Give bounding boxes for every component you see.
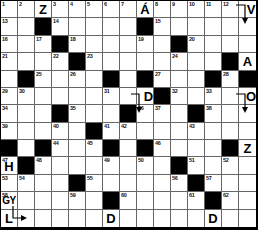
cell-r10c15[interactable]: [239, 157, 256, 174]
cell-r3c7[interactable]: [103, 36, 120, 53]
cell-r8c4[interactable]: 40: [52, 123, 69, 140]
given-letter-Á: Á: [137, 1, 153, 17]
clue-number: 62: [223, 192, 228, 198]
clue-number: 2: [19, 1, 22, 7]
clue-number: 55: [87, 175, 92, 181]
clue-number: 3: [53, 1, 56, 7]
clue-number: 32: [172, 88, 177, 94]
cell-r1c2[interactable]: 2: [18, 1, 35, 18]
cell-r6c14[interactable]: [222, 88, 239, 105]
cell-r13c6[interactable]: [86, 210, 103, 227]
cell-r10c8[interactable]: [120, 157, 137, 174]
cell-r8c12[interactable]: 43: [188, 123, 205, 140]
cell-r8c15[interactable]: [239, 123, 256, 140]
cell-r7c13[interactable]: 38: [205, 105, 222, 122]
cell-r7c4-black: [52, 105, 69, 122]
cell-r13c1[interactable]: L: [1, 210, 18, 227]
cell-r2c15[interactable]: [239, 18, 256, 35]
cell-r13c4[interactable]: [52, 210, 69, 227]
cell-r9c3-black: [35, 140, 52, 157]
cell-r6c1[interactable]: 29: [1, 88, 18, 105]
cell-r3c13[interactable]: [205, 36, 222, 53]
cell-r10c5[interactable]: [69, 157, 86, 174]
cell-r10c12[interactable]: 51: [188, 157, 205, 174]
given-letter-Z: Z: [239, 140, 256, 156]
cell-r8c3[interactable]: [35, 123, 52, 140]
cell-r9c6[interactable]: 45: [86, 140, 103, 157]
cell-r5c4[interactable]: [52, 71, 69, 88]
clue-number: 34: [2, 105, 7, 111]
clue-number: 49: [104, 157, 109, 163]
cell-r8c13[interactable]: [205, 123, 222, 140]
cell-r1c9[interactable]: Á: [137, 1, 154, 18]
cell-r11c7[interactable]: [103, 175, 120, 192]
given-letter-H: H: [1, 157, 17, 173]
cell-r12c12[interactable]: 61: [188, 192, 205, 209]
clue-number: 57: [206, 175, 211, 181]
cell-r13c15[interactable]: [239, 210, 256, 227]
clue-number: 51: [189, 157, 194, 163]
cell-r2c1[interactable]: 13: [1, 18, 18, 35]
cell-r13c13[interactable]: D: [205, 210, 222, 227]
cell-r2c5[interactable]: [69, 18, 86, 35]
cell-r2c14[interactable]: [222, 18, 239, 35]
cell-r10c4[interactable]: [52, 157, 69, 174]
cell-r4c7[interactable]: [103, 53, 120, 70]
cell-r13c3[interactable]: [35, 210, 52, 227]
clue-number: 13: [2, 18, 7, 24]
clue-number: 9: [172, 1, 175, 7]
cell-r12c15[interactable]: [239, 192, 256, 209]
clue-number: 10: [189, 1, 194, 7]
cell-r6c7[interactable]: 31: [103, 88, 120, 105]
cell-r2c11[interactable]: [171, 18, 188, 35]
cell-r3c12[interactable]: 20: [188, 36, 205, 53]
clue-number: 1: [2, 1, 5, 7]
cell-r5c6[interactable]: [86, 71, 103, 88]
cell-r6c4[interactable]: [52, 88, 69, 105]
clue-number: 35: [70, 105, 75, 111]
clue-number: 28: [223, 71, 228, 77]
cell-r13c12[interactable]: [188, 210, 205, 227]
cell-r5c12[interactable]: [188, 71, 205, 88]
cell-r9c9-black: [137, 140, 154, 157]
cell-r4c2[interactable]: [18, 53, 35, 70]
cell-r5c3[interactable]: 25: [35, 71, 52, 88]
cell-r9c15[interactable]: Z: [239, 140, 256, 157]
cell-r11c8[interactable]: [120, 175, 137, 192]
cell-r6c3[interactable]: [35, 88, 52, 105]
cell-r7c12-black: [188, 105, 205, 122]
cell-r12c3[interactable]: [35, 192, 52, 209]
clue-number: 36: [138, 105, 143, 111]
cell-r9c8[interactable]: [120, 140, 137, 157]
cell-r4c11[interactable]: 24: [171, 53, 188, 70]
cell-r1c7[interactable]: 6: [103, 1, 120, 18]
clue-number: 27: [155, 71, 160, 77]
cell-r1c5[interactable]: 4: [69, 1, 86, 18]
clue-number: 37: [155, 105, 160, 111]
clue-number: 7: [121, 1, 124, 7]
cell-r3c1[interactable]: 16: [1, 36, 18, 53]
cell-r3c9[interactable]: 19: [137, 36, 154, 53]
given-letter-GY: GY: [1, 192, 17, 208]
crossword-board: 12Z34567Á89101112V1314151617181920212223…: [0, 0, 258, 230]
cell-r4c8[interactable]: [120, 53, 137, 70]
cell-r8c10[interactable]: [154, 123, 171, 140]
clue-number: 33: [206, 88, 211, 94]
clue-number: 14: [53, 18, 58, 24]
clue-number: 6: [104, 1, 107, 7]
clue-number: 61: [189, 192, 194, 198]
cell-r4c1[interactable]: 21: [1, 53, 18, 70]
cell-r8c5[interactable]: [69, 123, 86, 140]
cell-r1c3[interactable]: Z: [35, 1, 52, 18]
clue-number: 41: [104, 123, 109, 129]
cell-r5c10[interactable]: 27: [154, 71, 171, 88]
cell-r7c6[interactable]: [86, 105, 103, 122]
clue-number: 22: [53, 53, 58, 59]
cell-r8c2[interactable]: [18, 123, 35, 140]
cell-r11c15[interactable]: [239, 175, 256, 192]
cell-r10c11-black: [171, 157, 188, 174]
clue-number: 38: [206, 105, 211, 111]
cell-r13c10[interactable]: [154, 210, 171, 227]
cell-r10c10[interactable]: [154, 157, 171, 174]
cell-r13c5[interactable]: [69, 210, 86, 227]
cell-r6c6[interactable]: [86, 88, 103, 105]
cell-r5c2-black: [18, 71, 35, 88]
cell-r4c15[interactable]: A: [239, 53, 256, 70]
cell-r12c7-black: [103, 192, 120, 209]
cell-r6c2[interactable]: 30: [18, 88, 35, 105]
cell-r9c11[interactable]: [171, 140, 188, 157]
cell-r5c15-black: [239, 71, 256, 88]
clue-number: 56: [172, 175, 177, 181]
cell-r1c8[interactable]: 7: [120, 1, 137, 18]
clue-number: 8: [155, 1, 158, 7]
cell-r3c10[interactable]: [154, 36, 171, 53]
clue-number: 25: [36, 71, 41, 77]
cell-r3c6[interactable]: [86, 36, 103, 53]
cell-r10c9[interactable]: 50: [137, 157, 154, 174]
cell-r3c8[interactable]: [120, 36, 137, 53]
clue-number: 40: [53, 123, 58, 129]
cell-r11c5-black: [69, 175, 86, 192]
cell-r8c1[interactable]: 39: [1, 123, 18, 140]
cell-r2c12[interactable]: [188, 18, 205, 35]
cell-r4c3[interactable]: [35, 53, 52, 70]
cell-r10c14[interactable]: 52: [222, 157, 239, 174]
clue-number: 46: [155, 140, 160, 146]
clue-number: 4: [70, 1, 73, 7]
given-letter-D: D: [137, 88, 153, 104]
cell-r6c5[interactable]: [69, 88, 86, 105]
clue-number: 54: [19, 175, 24, 181]
cell-r7c9[interactable]: 36: [137, 105, 154, 122]
cell-r6c12[interactable]: [188, 88, 205, 105]
cell-r5c5[interactable]: 26: [69, 71, 86, 88]
cell-r11c6[interactable]: 55: [86, 175, 103, 192]
cell-r2c8[interactable]: [120, 18, 137, 35]
given-letter-D: D: [103, 210, 119, 227]
cell-r4c5-black: [69, 53, 86, 70]
clue-number: 15: [155, 18, 160, 24]
cell-r11c9[interactable]: [137, 175, 154, 192]
cell-r11c13[interactable]: 57: [205, 175, 222, 192]
cell-r1c13[interactable]: 11: [205, 1, 222, 18]
given-letter-A: A: [239, 53, 256, 69]
clue-number: 18: [70, 36, 75, 42]
cell-r7c1[interactable]: 34: [1, 105, 18, 122]
cell-r11c2[interactable]: 54: [18, 175, 35, 192]
cell-r5c8[interactable]: [120, 71, 137, 88]
cell-r2c2[interactable]: [18, 18, 35, 35]
cell-r11c12-black: [188, 175, 205, 192]
given-letter-Z: Z: [35, 1, 51, 17]
cell-r2c6[interactable]: [86, 18, 103, 35]
cell-r9c5[interactable]: [69, 140, 86, 157]
cell-r11c3[interactable]: [35, 175, 52, 192]
cell-r12c1[interactable]: 58GY: [1, 192, 18, 209]
clue-number: 48: [36, 157, 41, 163]
cell-r10c13[interactable]: [205, 157, 222, 174]
cell-r4c4[interactable]: 22: [52, 53, 69, 70]
cell-r11c14[interactable]: [222, 175, 239, 192]
cell-r10c7[interactable]: 49: [103, 157, 120, 174]
clue-number: 59: [70, 192, 75, 198]
cell-r11c10[interactable]: [154, 175, 171, 192]
cell-r8c11[interactable]: [171, 123, 188, 140]
clue-number: 21: [2, 53, 7, 59]
cell-r9c13[interactable]: [205, 140, 222, 157]
cell-r2c3-black: [35, 18, 52, 35]
cell-r4c6[interactable]: 23: [86, 53, 103, 70]
cell-r1c14[interactable]: 12: [222, 1, 239, 18]
clue-number: 24: [172, 53, 177, 59]
cell-r1c6[interactable]: 5: [86, 1, 103, 18]
cell-r11c4[interactable]: [52, 175, 69, 192]
cell-r11c1[interactable]: 53: [1, 175, 18, 192]
cell-r6c15[interactable]: O: [239, 88, 256, 105]
clue-number: 12: [223, 1, 228, 7]
clue-number: 60: [121, 192, 126, 198]
cell-r9c1-black: [1, 140, 18, 157]
cell-r7c8-black: [120, 105, 137, 122]
cell-r3c3[interactable]: 17: [35, 36, 52, 53]
cell-r3c11-black: [171, 36, 188, 53]
clue-number: 29: [2, 88, 7, 94]
cell-r10c3[interactable]: 48: [35, 157, 52, 174]
clue-number: 31: [104, 88, 109, 94]
cell-r13c11[interactable]: [171, 210, 188, 227]
cell-r2c4[interactable]: 14: [52, 18, 69, 35]
cell-r5c7-black: [103, 71, 120, 88]
cell-r8c8[interactable]: 42: [120, 123, 137, 140]
cell-r13c14[interactable]: [222, 210, 239, 227]
cell-r2c7[interactable]: [103, 18, 120, 35]
cell-r12c8[interactable]: 60: [120, 192, 137, 209]
cell-r3c15[interactable]: [239, 36, 256, 53]
cell-r1c12[interactable]: 10: [188, 1, 205, 18]
cell-r9c2[interactable]: [18, 140, 35, 157]
clue-number: 44: [53, 140, 58, 146]
cell-r4c14-black: [222, 53, 239, 70]
cell-r8c7[interactable]: 41: [103, 123, 120, 140]
cell-r6c9[interactable]: D: [137, 88, 154, 105]
cell-r13c2[interactable]: [18, 210, 35, 227]
clue-number: 5: [87, 1, 90, 7]
given-letter-D: D: [205, 210, 221, 227]
clue-number: 43: [189, 123, 194, 129]
clue-number: 52: [223, 157, 228, 163]
cell-r5c14[interactable]: 28: [222, 71, 239, 88]
cell-r11c11[interactable]: 56: [171, 175, 188, 192]
clue-number: 53: [2, 175, 7, 181]
cell-r10c1[interactable]: 47H: [1, 157, 18, 174]
cell-r2c10[interactable]: 15: [154, 18, 171, 35]
cell-r3c2[interactable]: [18, 36, 35, 53]
clue-number: 45: [87, 140, 92, 146]
crossword-puzzle: 12Z34567Á89101112V1314151617181920212223…: [0, 0, 258, 230]
clue-number: 20: [189, 36, 194, 42]
cell-r12c9[interactable]: [137, 192, 154, 209]
cell-r7c15[interactable]: [239, 105, 256, 122]
cell-r8c6-black: [86, 123, 103, 140]
cell-r12c13-black: [205, 192, 222, 209]
cell-r7c14[interactable]: [222, 105, 239, 122]
cell-r12c6[interactable]: [86, 192, 103, 209]
cell-r4c9[interactable]: [137, 53, 154, 70]
cell-r1c11[interactable]: 9: [171, 1, 188, 18]
cell-r13c8[interactable]: [120, 210, 137, 227]
cell-r1c15[interactable]: V: [239, 1, 256, 18]
cell-r7c10[interactable]: 37: [154, 105, 171, 122]
cell-r12c4[interactable]: [52, 192, 69, 209]
clue-number: 23: [87, 53, 92, 59]
cell-r13c7[interactable]: D: [103, 210, 120, 227]
cell-r9c10[interactable]: 46: [154, 140, 171, 157]
cell-r7c7[interactable]: [103, 105, 120, 122]
cell-r5c11[interactable]: [171, 71, 188, 88]
given-letter-O: O: [239, 88, 256, 104]
cell-r9c4[interactable]: 44: [52, 140, 69, 157]
clue-number: 17: [36, 36, 41, 42]
clue-number: 50: [138, 157, 143, 163]
cell-r1c10[interactable]: 8: [154, 1, 171, 18]
cell-r5c1[interactable]: [1, 71, 18, 88]
cell-r12c2[interactable]: [18, 192, 35, 209]
cell-r2c13[interactable]: [205, 18, 222, 35]
cell-r6c13[interactable]: 33: [205, 88, 222, 105]
given-letter-L: L: [1, 210, 17, 227]
clue-number: 39: [2, 123, 7, 129]
cell-r9c14-black: [222, 140, 239, 157]
clue-number: 30: [19, 88, 24, 94]
clue-number: 26: [70, 71, 75, 77]
clue-number: 11: [206, 1, 211, 7]
cell-r5c13-black: [205, 71, 222, 88]
cell-r6c8[interactable]: [120, 88, 137, 105]
cell-r7c3[interactable]: [35, 105, 52, 122]
clue-number: 42: [121, 123, 126, 129]
cell-r3c4-black: [52, 36, 69, 53]
cell-r9c12[interactable]: [188, 140, 205, 157]
cell-r5c9-black: [137, 71, 154, 88]
cell-r4c13[interactable]: [205, 53, 222, 70]
cell-r13c9[interactable]: [137, 210, 154, 227]
cell-r12c5[interactable]: 59: [69, 192, 86, 209]
cell-r12c14[interactable]: 62: [222, 192, 239, 209]
cell-r7c2[interactable]: [18, 105, 35, 122]
cell-r10c6[interactable]: [86, 157, 103, 174]
cell-r1c1[interactable]: 1: [1, 1, 18, 18]
cell-r6c11[interactable]: 32: [171, 88, 188, 105]
cell-r3c14[interactable]: [222, 36, 239, 53]
cell-r10c2-black: [18, 157, 35, 174]
cell-r7c5[interactable]: 35: [69, 105, 86, 122]
cell-r4c10[interactable]: [154, 53, 171, 70]
cell-r2c9-black: [137, 18, 154, 35]
cell-r9c7-black: [103, 140, 120, 157]
cell-r8c14[interactable]: [222, 123, 239, 140]
cell-r3c5[interactable]: 18: [69, 36, 86, 53]
clue-number: 19: [138, 36, 143, 42]
given-letter-V: V: [239, 1, 256, 17]
cell-r4c12[interactable]: [188, 53, 205, 70]
cell-r6c10-black: [154, 88, 171, 105]
cell-r7c11[interactable]: [171, 105, 188, 122]
cell-r8c9[interactable]: [137, 123, 154, 140]
clue-number: 16: [2, 36, 7, 42]
cell-r12c10[interactable]: [154, 192, 171, 209]
cell-r1c4[interactable]: 3: [52, 1, 69, 18]
cell-r12c11[interactable]: [171, 192, 188, 209]
